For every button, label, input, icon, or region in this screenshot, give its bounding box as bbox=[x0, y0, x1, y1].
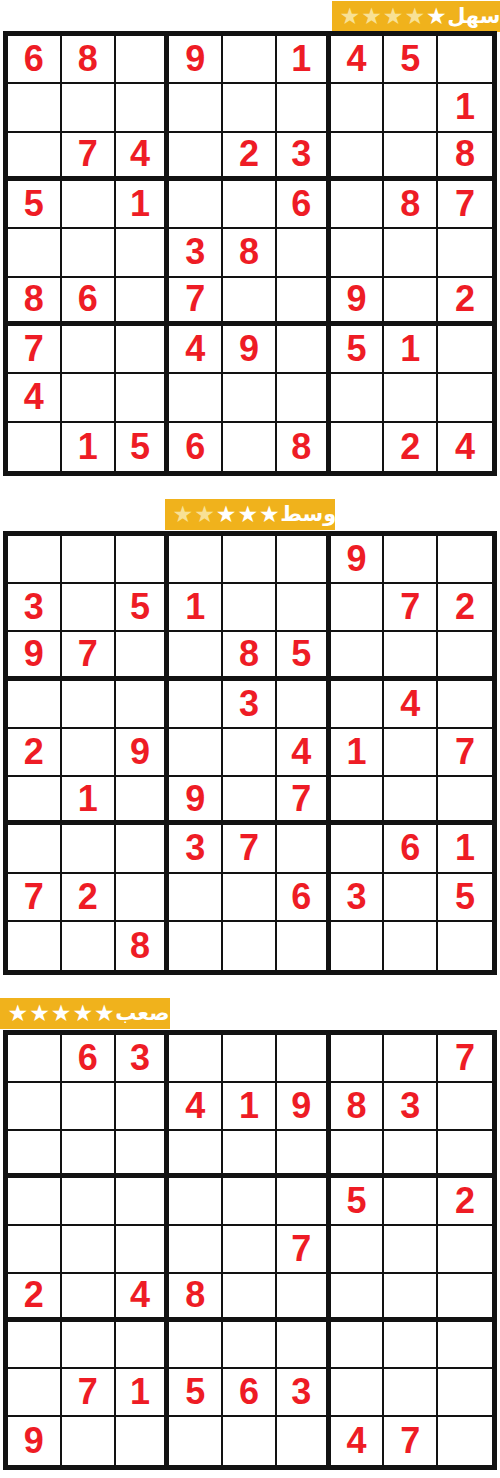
cell-r4c8[interactable]: 4 bbox=[384, 681, 438, 729]
cell-r6c6[interactable] bbox=[277, 1274, 331, 1322]
cell-r7c2[interactable] bbox=[62, 1322, 116, 1370]
cell-r9c5[interactable] bbox=[223, 1417, 277, 1465]
cell-r2c9[interactable]: 1 bbox=[438, 84, 492, 132]
star-filled-icon: ★ bbox=[72, 1002, 93, 1025]
cell-r7c5[interactable] bbox=[223, 1322, 277, 1370]
cell-r4c8[interactable]: 8 bbox=[384, 181, 438, 229]
cell-r5c6[interactable] bbox=[277, 229, 331, 277]
cell-r4c9[interactable] bbox=[438, 681, 492, 729]
cell-r3c1[interactable]: 9 bbox=[8, 632, 62, 680]
cell-r8c3[interactable]: 1 bbox=[116, 1369, 170, 1417]
cell-r5c6[interactable]: 4 bbox=[277, 729, 331, 777]
cell-r6c9[interactable] bbox=[438, 1274, 492, 1322]
cell-r5c1[interactable]: 2 bbox=[8, 729, 62, 777]
cell-r2c2[interactable] bbox=[62, 84, 116, 132]
cell-r1c8[interactable] bbox=[384, 1035, 438, 1083]
cell-r6c5[interactable] bbox=[223, 777, 277, 825]
cell-r2c8[interactable]: 7 bbox=[384, 584, 438, 632]
cell-r2c7[interactable] bbox=[331, 584, 385, 632]
cell-r3c7[interactable] bbox=[331, 632, 385, 680]
cell-r6c9[interactable]: 2 bbox=[438, 278, 492, 326]
cell-r2c4[interactable] bbox=[169, 84, 223, 132]
cell-r3c6[interactable] bbox=[277, 1131, 331, 1179]
cell-r5c4[interactable] bbox=[169, 1226, 223, 1274]
cell-r2c4[interactable]: 4 bbox=[169, 1083, 223, 1131]
cell-r4c8[interactable] bbox=[384, 1178, 438, 1226]
cell-r8c1[interactable]: 4 bbox=[8, 374, 62, 422]
cell-r9c6[interactable] bbox=[277, 1417, 331, 1465]
cell-r1c4[interactable] bbox=[169, 536, 223, 584]
cell-r7c6[interactable] bbox=[277, 326, 331, 374]
difficulty-banner-medium: ★★★★★ وسط bbox=[165, 499, 335, 530]
cell-r7c8[interactable]: 1 bbox=[384, 326, 438, 374]
cell-r1c7[interactable] bbox=[331, 1035, 385, 1083]
cell-r4c1[interactable]: 5 bbox=[8, 181, 62, 229]
cell-r3c8[interactable] bbox=[384, 1131, 438, 1179]
cell-r8c1[interactable] bbox=[8, 1369, 62, 1417]
cell-r4c3[interactable]: 1 bbox=[116, 181, 170, 229]
cell-r9c3[interactable] bbox=[116, 1417, 170, 1465]
star-empty-icon: ★ bbox=[173, 503, 194, 526]
cell-r5c8[interactable] bbox=[384, 729, 438, 777]
cell-r9c4[interactable]: 6 bbox=[169, 423, 223, 471]
cell-r9c8[interactable]: 2 bbox=[384, 423, 438, 471]
cell-r1c1[interactable]: 6 bbox=[8, 36, 62, 84]
cell-r7c1[interactable] bbox=[8, 825, 62, 873]
cell-r8c4[interactable] bbox=[169, 374, 223, 422]
cell-r7c3[interactable] bbox=[116, 825, 170, 873]
cell-r4c6[interactable] bbox=[277, 1178, 331, 1226]
cell-r9c2[interactable] bbox=[62, 1417, 116, 1465]
cell-r3c4[interactable] bbox=[169, 1131, 223, 1179]
cell-r5c5[interactable]: 8 bbox=[223, 229, 277, 277]
cell-r2c7[interactable] bbox=[331, 84, 385, 132]
cell-r6c8[interactable] bbox=[384, 278, 438, 326]
cell-r2c2[interactable] bbox=[62, 584, 116, 632]
cell-r4c1[interactable] bbox=[8, 681, 62, 729]
cell-r8c6[interactable]: 3 bbox=[277, 1369, 331, 1417]
cell-r4c3[interactable] bbox=[116, 1178, 170, 1226]
star-filled-icon: ★ bbox=[29, 1002, 50, 1025]
cell-r9c1[interactable]: 9 bbox=[8, 1417, 62, 1465]
difficulty-label-easy: سهل bbox=[447, 5, 500, 29]
cell-r6c3[interactable] bbox=[116, 278, 170, 326]
cell-r8c6[interactable]: 6 bbox=[277, 874, 331, 922]
difficulty-label-medium: وسط bbox=[280, 503, 336, 527]
difficulty-banner-easy: ★★★★★ سهل bbox=[332, 1, 500, 32]
cell-r4c2[interactable] bbox=[62, 681, 116, 729]
cell-r8c9[interactable]: 5 bbox=[438, 874, 492, 922]
cell-r1c6[interactable] bbox=[277, 536, 331, 584]
cell-r8c4[interactable] bbox=[169, 874, 223, 922]
cell-r3c5[interactable]: 2 bbox=[223, 133, 277, 181]
cell-r9c7[interactable]: 4 bbox=[331, 1417, 385, 1465]
cell-r3c5[interactable] bbox=[223, 1131, 277, 1179]
star-filled-icon: ★ bbox=[94, 1002, 115, 1025]
cell-r8c1[interactable]: 7 bbox=[8, 874, 62, 922]
cell-r7c8[interactable] bbox=[384, 1322, 438, 1370]
cell-r1c8[interactable]: 5 bbox=[384, 36, 438, 84]
cell-r2c1[interactable] bbox=[8, 84, 62, 132]
cell-r9c9[interactable] bbox=[438, 922, 492, 970]
cell-r7c7[interactable] bbox=[331, 1322, 385, 1370]
cell-r3c2[interactable]: 7 bbox=[62, 632, 116, 680]
cell-r4c4[interactable] bbox=[169, 681, 223, 729]
cell-r2c9[interactable] bbox=[438, 1083, 492, 1131]
cell-r3c7[interactable] bbox=[331, 1131, 385, 1179]
cell-r1c3[interactable] bbox=[116, 36, 170, 84]
cell-r4c5[interactable] bbox=[223, 1178, 277, 1226]
cell-r2c1[interactable] bbox=[8, 1083, 62, 1131]
star-empty-icon: ★ bbox=[383, 5, 404, 28]
cell-r8c8[interactable] bbox=[384, 874, 438, 922]
cell-r5c9[interactable]: 7 bbox=[438, 729, 492, 777]
cell-r7c1[interactable]: 7 bbox=[8, 326, 62, 374]
cell-r6c2[interactable]: 6 bbox=[62, 278, 116, 326]
cell-r2c3[interactable] bbox=[116, 1083, 170, 1131]
cell-r2c3[interactable] bbox=[116, 84, 170, 132]
cell-r4c3[interactable] bbox=[116, 681, 170, 729]
star-filled-icon: ★ bbox=[237, 503, 258, 526]
cell-r6c1[interactable] bbox=[8, 777, 62, 825]
cell-r5c8[interactable] bbox=[384, 229, 438, 277]
cell-r7c5[interactable]: 9 bbox=[223, 326, 277, 374]
cell-r8c9[interactable] bbox=[438, 374, 492, 422]
cell-r1c4[interactable] bbox=[169, 1035, 223, 1083]
cell-r2c7[interactable]: 8 bbox=[331, 1083, 385, 1131]
star-empty-icon: ★ bbox=[404, 5, 425, 28]
cell-r2c3[interactable]: 5 bbox=[116, 584, 170, 632]
cell-r1c9[interactable] bbox=[438, 36, 492, 84]
cell-r5c1[interactable] bbox=[8, 229, 62, 277]
cell-r1c3[interactable] bbox=[116, 536, 170, 584]
cell-r6c9[interactable] bbox=[438, 777, 492, 825]
cell-r9c4[interactable] bbox=[169, 1417, 223, 1465]
cell-r2c5[interactable] bbox=[223, 84, 277, 132]
cell-r3c9[interactable]: 8 bbox=[438, 133, 492, 181]
cell-r1c9[interactable]: 7 bbox=[438, 1035, 492, 1083]
cell-r3c4[interactable] bbox=[169, 632, 223, 680]
cell-r1c7[interactable]: 9 bbox=[331, 536, 385, 584]
cell-r7c2[interactable] bbox=[62, 825, 116, 873]
cell-r7c4[interactable] bbox=[169, 1322, 223, 1370]
star-empty-icon: ★ bbox=[340, 5, 361, 28]
star-filled-icon: ★ bbox=[426, 5, 447, 28]
cell-r2c5[interactable] bbox=[223, 584, 277, 632]
cell-r4c7[interactable] bbox=[331, 681, 385, 729]
cell-r6c7[interactable] bbox=[331, 1274, 385, 1322]
cell-r2c6[interactable] bbox=[277, 584, 331, 632]
cell-r6c3[interactable] bbox=[116, 777, 170, 825]
cell-r4c9[interactable]: 7 bbox=[438, 181, 492, 229]
cell-r5c1[interactable] bbox=[8, 1226, 62, 1274]
sudoku-board-medium: 935172978534294171973761726358 bbox=[3, 531, 497, 975]
cell-r7c7[interactable] bbox=[331, 825, 385, 873]
cell-r5c4[interactable] bbox=[169, 729, 223, 777]
cell-r1c5[interactable] bbox=[223, 36, 277, 84]
cell-r5c2[interactable] bbox=[62, 229, 116, 277]
cell-r4c4[interactable] bbox=[169, 181, 223, 229]
cell-r7c8[interactable]: 6 bbox=[384, 825, 438, 873]
cell-r5c2[interactable] bbox=[62, 1226, 116, 1274]
star-filled-icon: ★ bbox=[216, 503, 237, 526]
cell-r4c5[interactable] bbox=[223, 181, 277, 229]
cell-r4c7[interactable] bbox=[331, 181, 385, 229]
cell-r3c4[interactable] bbox=[169, 133, 223, 181]
cell-r5c9[interactable] bbox=[438, 229, 492, 277]
cell-r7c5[interactable]: 7 bbox=[223, 825, 277, 873]
cell-r6c5[interactable] bbox=[223, 278, 277, 326]
star-rating-easy: ★★★★★ bbox=[339, 5, 447, 28]
cell-r8c2[interactable]: 7 bbox=[62, 1369, 116, 1417]
cell-r6c2[interactable] bbox=[62, 1274, 116, 1322]
cell-r5c8[interactable] bbox=[384, 1226, 438, 1274]
cell-r6c3[interactable]: 4 bbox=[116, 1274, 170, 1322]
cell-r4c1[interactable] bbox=[8, 1178, 62, 1226]
cell-r2c6[interactable] bbox=[277, 84, 331, 132]
cell-r8c4[interactable]: 5 bbox=[169, 1369, 223, 1417]
cell-r5c7[interactable] bbox=[331, 229, 385, 277]
cell-r1c3[interactable]: 3 bbox=[116, 1035, 170, 1083]
cell-r9c7[interactable] bbox=[331, 922, 385, 970]
cell-r8c3[interactable] bbox=[116, 374, 170, 422]
cell-r8c5[interactable]: 6 bbox=[223, 1369, 277, 1417]
cell-r3c6[interactable]: 3 bbox=[277, 133, 331, 181]
cell-r8c9[interactable] bbox=[438, 1369, 492, 1417]
cell-r7c9[interactable] bbox=[438, 1322, 492, 1370]
cell-r3c2[interactable] bbox=[62, 1131, 116, 1179]
cell-r9c4[interactable] bbox=[169, 922, 223, 970]
cell-r8c8[interactable] bbox=[384, 1369, 438, 1417]
cell-r5c6[interactable]: 7 bbox=[277, 1226, 331, 1274]
cell-r8c7[interactable] bbox=[331, 374, 385, 422]
cell-r3c8[interactable] bbox=[384, 133, 438, 181]
star-filled-icon: ★ bbox=[259, 503, 280, 526]
cell-r2c2[interactable] bbox=[62, 1083, 116, 1131]
cell-r1c2[interactable] bbox=[62, 536, 116, 584]
cell-r8c7[interactable] bbox=[331, 1369, 385, 1417]
cell-r3c1[interactable] bbox=[8, 133, 62, 181]
cell-r9c1[interactable] bbox=[8, 423, 62, 471]
cell-r5c7[interactable]: 1 bbox=[331, 729, 385, 777]
cell-r5c9[interactable] bbox=[438, 1226, 492, 1274]
cell-r7c4[interactable]: 3 bbox=[169, 825, 223, 873]
cell-r6c7[interactable]: 9 bbox=[331, 278, 385, 326]
cell-r6c5[interactable] bbox=[223, 1274, 277, 1322]
cell-r4c7[interactable]: 5 bbox=[331, 1178, 385, 1226]
cell-r6c4[interactable]: 8 bbox=[169, 1274, 223, 1322]
cell-r8c6[interactable] bbox=[277, 374, 331, 422]
cell-r7c7[interactable]: 5 bbox=[331, 326, 385, 374]
cell-r2c8[interactable]: 3 bbox=[384, 1083, 438, 1131]
cell-r6c8[interactable] bbox=[384, 777, 438, 825]
cell-r7c3[interactable] bbox=[116, 1322, 170, 1370]
cell-r5c3[interactable] bbox=[116, 229, 170, 277]
cell-r4c5[interactable]: 3 bbox=[223, 681, 277, 729]
cell-r1c9[interactable] bbox=[438, 536, 492, 584]
star-rating-hard: ★★★★★ bbox=[7, 1002, 115, 1025]
cell-r4c2[interactable] bbox=[62, 181, 116, 229]
cell-r9c1[interactable] bbox=[8, 922, 62, 970]
cell-r3c6[interactable]: 5 bbox=[277, 632, 331, 680]
cell-r5c5[interactable] bbox=[223, 729, 277, 777]
cell-r7c1[interactable] bbox=[8, 1322, 62, 1370]
cell-r6c4[interactable]: 7 bbox=[169, 278, 223, 326]
cell-r9c8[interactable]: 7 bbox=[384, 1417, 438, 1465]
cell-r7c9[interactable]: 1 bbox=[438, 825, 492, 873]
cell-r6c7[interactable] bbox=[331, 777, 385, 825]
difficulty-banner-hard: ★★★★★ صعب bbox=[0, 998, 170, 1029]
cell-r3c3[interactable] bbox=[116, 1131, 170, 1179]
cell-r1c5[interactable] bbox=[223, 536, 277, 584]
cell-r4c9[interactable]: 2 bbox=[438, 1178, 492, 1226]
star-filled-icon: ★ bbox=[51, 1002, 72, 1025]
cell-r1c6[interactable] bbox=[277, 1035, 331, 1083]
star-empty-icon: ★ bbox=[194, 503, 215, 526]
cell-r8c7[interactable]: 3 bbox=[331, 874, 385, 922]
cell-r2c4[interactable]: 1 bbox=[169, 584, 223, 632]
cell-r3c1[interactable] bbox=[8, 1131, 62, 1179]
star-empty-icon: ★ bbox=[361, 5, 382, 28]
cell-r3c3[interactable]: 4 bbox=[116, 133, 170, 181]
cell-r1c4[interactable]: 9 bbox=[169, 36, 223, 84]
cell-r8c2[interactable] bbox=[62, 374, 116, 422]
cell-r1c6[interactable]: 1 bbox=[277, 36, 331, 84]
cell-r1c8[interactable] bbox=[384, 536, 438, 584]
cell-r9c5[interactable] bbox=[223, 423, 277, 471]
sudoku-board-easy: 689145174238516873886792749514156824 bbox=[3, 31, 497, 476]
cell-r1c2[interactable]: 6 bbox=[62, 1035, 116, 1083]
cell-r2c9[interactable]: 2 bbox=[438, 584, 492, 632]
cell-r6c2[interactable]: 1 bbox=[62, 777, 116, 825]
cell-r7c4[interactable]: 4 bbox=[169, 326, 223, 374]
cell-r8c8[interactable] bbox=[384, 374, 438, 422]
cell-r9c2[interactable]: 1 bbox=[62, 423, 116, 471]
sudoku-board-hard: 6374198352724871563947 bbox=[3, 1030, 497, 1470]
cell-r4c4[interactable] bbox=[169, 1178, 223, 1226]
cell-r6c1[interactable]: 2 bbox=[8, 1274, 62, 1322]
cell-r8c5[interactable] bbox=[223, 874, 277, 922]
cell-r5c5[interactable] bbox=[223, 1226, 277, 1274]
cell-r9c3[interactable]: 5 bbox=[116, 423, 170, 471]
cell-r1c1[interactable] bbox=[8, 536, 62, 584]
cell-r1c1[interactable] bbox=[8, 1035, 62, 1083]
cell-r9c7[interactable] bbox=[331, 423, 385, 471]
star-rating-medium: ★★★★★ bbox=[172, 503, 280, 526]
cell-r9c5[interactable] bbox=[223, 922, 277, 970]
cell-r3c5[interactable]: 8 bbox=[223, 632, 277, 680]
cell-r3c3[interactable] bbox=[116, 632, 170, 680]
cell-r2c1[interactable]: 3 bbox=[8, 584, 62, 632]
cell-r7c6[interactable] bbox=[277, 825, 331, 873]
difficulty-label-hard: صعب bbox=[115, 1002, 169, 1026]
cell-r5c7[interactable] bbox=[331, 1226, 385, 1274]
cell-r8c5[interactable] bbox=[223, 374, 277, 422]
cell-r7c2[interactable] bbox=[62, 326, 116, 374]
cell-r3c7[interactable] bbox=[331, 133, 385, 181]
cell-r7c9[interactable] bbox=[438, 326, 492, 374]
cell-r4c6[interactable]: 6 bbox=[277, 181, 331, 229]
cell-r1c7[interactable]: 4 bbox=[331, 36, 385, 84]
cell-r1c5[interactable] bbox=[223, 1035, 277, 1083]
cell-r5c2[interactable] bbox=[62, 729, 116, 777]
cell-r6c1[interactable]: 8 bbox=[8, 278, 62, 326]
cell-r9c6[interactable]: 8 bbox=[277, 423, 331, 471]
cell-r2c8[interactable] bbox=[384, 84, 438, 132]
cell-r5c4[interactable]: 3 bbox=[169, 229, 223, 277]
cell-r9c9[interactable] bbox=[438, 1417, 492, 1465]
cell-r6c6[interactable]: 7 bbox=[277, 777, 331, 825]
cell-r3c9[interactable] bbox=[438, 632, 492, 680]
cell-r5c3[interactable]: 9 bbox=[116, 729, 170, 777]
cell-r6c8[interactable] bbox=[384, 1274, 438, 1322]
cell-r9c2[interactable] bbox=[62, 922, 116, 970]
cell-r7c3[interactable] bbox=[116, 326, 170, 374]
cell-r7c6[interactable] bbox=[277, 1322, 331, 1370]
cell-r8c3[interactable] bbox=[116, 874, 170, 922]
cell-r4c2[interactable] bbox=[62, 1178, 116, 1226]
cell-r9c9[interactable]: 4 bbox=[438, 423, 492, 471]
cell-r9c3[interactable]: 8 bbox=[116, 922, 170, 970]
cell-r3c8[interactable] bbox=[384, 632, 438, 680]
cell-r5c3[interactable] bbox=[116, 1226, 170, 1274]
cell-r2c5[interactable]: 1 bbox=[223, 1083, 277, 1131]
cell-r3c9[interactable] bbox=[438, 1131, 492, 1179]
cell-r9c8[interactable] bbox=[384, 922, 438, 970]
cell-r9c6[interactable] bbox=[277, 922, 331, 970]
cell-r8c2[interactable]: 2 bbox=[62, 874, 116, 922]
cell-r1c2[interactable]: 8 bbox=[62, 36, 116, 84]
cell-r6c4[interactable]: 9 bbox=[169, 777, 223, 825]
cell-r4c6[interactable] bbox=[277, 681, 331, 729]
star-filled-icon: ★ bbox=[8, 1002, 29, 1025]
cell-r2c6[interactable]: 9 bbox=[277, 1083, 331, 1131]
cell-r6c6[interactable] bbox=[277, 278, 331, 326]
cell-r3c2[interactable]: 7 bbox=[62, 133, 116, 181]
